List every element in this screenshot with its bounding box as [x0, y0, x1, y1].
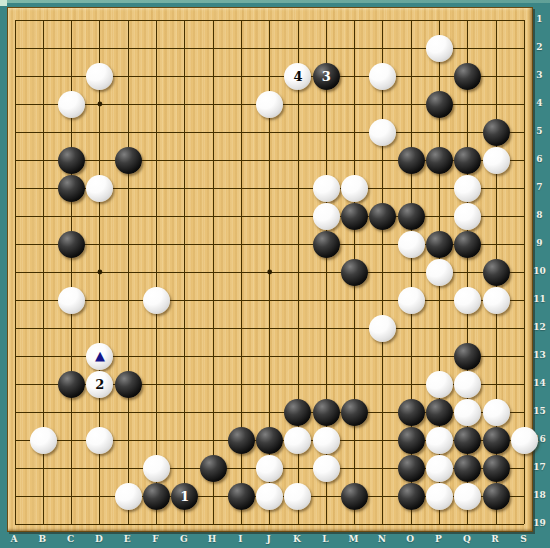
intersection-J16[interactable] [256, 426, 284, 454]
intersection-Q17[interactable] [454, 454, 482, 482]
intersection-C11[interactable] [57, 286, 85, 314]
intersection-C9[interactable] [57, 230, 85, 258]
row-label-8: 8 [530, 209, 549, 221]
intersection-S16[interactable] [510, 426, 538, 454]
intersection-L7[interactable] [312, 174, 340, 202]
intersection-L3[interactable]: 3 [312, 62, 340, 90]
white-stone-N12 [369, 315, 396, 342]
black-stone-O8 [398, 203, 425, 230]
black-stone-M18 [341, 483, 368, 510]
intersection-J4[interactable] [256, 90, 284, 118]
column-label-F: F [149, 533, 163, 545]
intersection-K15[interactable] [284, 398, 312, 426]
white-stone-R6 [483, 147, 510, 174]
intersection-C6[interactable] [57, 146, 85, 174]
black-stone-Q6 [454, 147, 481, 174]
row-label-10: 10 [530, 265, 549, 277]
row-label-11: 11 [530, 293, 549, 305]
intersection-R10[interactable] [482, 258, 510, 286]
intersection-N8[interactable] [369, 202, 397, 230]
intersection-I16[interactable] [227, 426, 255, 454]
white-stone-Q8 [454, 203, 481, 230]
intersection-L8[interactable] [312, 202, 340, 230]
triangle-mark-icon: ▲ [95, 349, 105, 362]
black-stone-M10 [341, 259, 368, 286]
row-label-19: 19 [530, 517, 549, 529]
intersection-P16[interactable] [425, 426, 453, 454]
column-label-O: O [403, 533, 417, 545]
white-stone-D16 [86, 427, 113, 454]
intersection-P9[interactable] [425, 230, 453, 258]
white-stone-N3 [369, 63, 396, 90]
row-label-9: 9 [530, 237, 549, 249]
column-label-H: H [205, 533, 219, 545]
intersection-C7[interactable] [57, 174, 85, 202]
white-stone-J18 [256, 483, 283, 510]
black-stone-Q13 [454, 343, 481, 370]
white-stone-E18 [115, 483, 142, 510]
intersection-L9[interactable] [312, 230, 340, 258]
black-stone-P9 [426, 231, 453, 258]
intersection-Q14[interactable] [454, 370, 482, 398]
frame-top-highlight [0, 0, 550, 3]
black-stone-R17 [483, 455, 510, 482]
intersection-O11[interactable] [397, 286, 425, 314]
black-stone-R10 [483, 259, 510, 286]
row-label-14: 14 [530, 377, 549, 389]
intersection-L15[interactable] [312, 398, 340, 426]
white-stone-L16 [313, 427, 340, 454]
black-stone-I18 [228, 483, 255, 510]
intersection-R17[interactable] [482, 454, 510, 482]
go-board[interactable]: 43▲21 [7, 7, 533, 532]
intersection-F11[interactable] [142, 286, 170, 314]
white-stone-L7 [313, 175, 340, 202]
white-stone-M7 [341, 175, 368, 202]
white-stone-F11 [143, 287, 170, 314]
intersection-B16[interactable] [29, 426, 57, 454]
intersection-M10[interactable] [340, 258, 368, 286]
intersection-D16[interactable] [86, 426, 114, 454]
row-label-7: 7 [530, 181, 549, 193]
intersection-N5[interactable] [369, 118, 397, 146]
goban-frame: 43▲21 ABCDEFGHIJKLMNOPQRS 12345678910111… [0, 0, 550, 548]
black-stone-C6 [58, 147, 85, 174]
black-stone-K15 [284, 399, 311, 426]
white-stone-D3 [86, 63, 113, 90]
black-stone-E14 [115, 371, 142, 398]
white-stone-P2 [426, 35, 453, 62]
intersection-O9[interactable] [397, 230, 425, 258]
row-label-3: 3 [530, 69, 549, 81]
intersection-Q15[interactable] [454, 398, 482, 426]
row-label-5: 5 [530, 125, 549, 137]
white-stone-K18 [284, 483, 311, 510]
white-stone-K16 [284, 427, 311, 454]
black-stone-G18-move-1: 1 [171, 483, 198, 510]
white-stone-J4 [256, 91, 283, 118]
intersection-F18[interactable] [142, 482, 170, 510]
intersection-M18[interactable] [340, 482, 368, 510]
row-label-18: 18 [530, 489, 549, 501]
column-label-C: C [64, 533, 78, 545]
intersection-O16[interactable] [397, 426, 425, 454]
intersection-Q3[interactable] [454, 62, 482, 90]
black-stone-E6 [115, 147, 142, 174]
intersection-J18[interactable] [256, 482, 284, 510]
black-stone-P4 [426, 91, 453, 118]
row-label-17: 17 [530, 461, 549, 473]
black-stone-Q17 [454, 455, 481, 482]
intersection-Q13[interactable] [454, 342, 482, 370]
row-label-4: 4 [530, 97, 549, 109]
row-label-13: 13 [530, 349, 549, 361]
intersection-L17[interactable] [312, 454, 340, 482]
intersection-D14[interactable]: 2 [86, 370, 114, 398]
column-label-M: M [347, 533, 361, 545]
black-stone-O16 [398, 427, 425, 454]
black-stone-R16 [483, 427, 510, 454]
white-stone-Q15 [454, 399, 481, 426]
intersection-O17[interactable] [397, 454, 425, 482]
intersection-M15[interactable] [340, 398, 368, 426]
black-stone-C7 [58, 175, 85, 202]
column-label-G: G [177, 533, 191, 545]
column-label-I: I [233, 533, 247, 545]
white-stone-L17 [313, 455, 340, 482]
black-stone-N8 [369, 203, 396, 230]
white-stone-D7 [86, 175, 113, 202]
white-stone-L8 [313, 203, 340, 230]
intersection-P15[interactable] [425, 398, 453, 426]
intersection-H17[interactable] [199, 454, 227, 482]
white-stone-J17 [256, 455, 283, 482]
white-stone-R15 [483, 399, 510, 426]
intersection-R18[interactable] [482, 482, 510, 510]
intersection-D13[interactable]: ▲ [86, 342, 114, 370]
white-stone-S16 [511, 427, 538, 454]
intersection-R16[interactable] [482, 426, 510, 454]
black-stone-C9 [58, 231, 85, 258]
row-label-12: 12 [530, 321, 549, 333]
white-stone-Q14 [454, 371, 481, 398]
column-label-B: B [35, 533, 49, 545]
intersection-P10[interactable] [425, 258, 453, 286]
black-stone-L3-move-3: 3 [313, 63, 340, 90]
intersection-Q9[interactable] [454, 230, 482, 258]
black-stone-M15 [341, 399, 368, 426]
intersection-E6[interactable] [114, 146, 142, 174]
column-label-L: L [318, 533, 332, 545]
column-label-A: A [7, 533, 21, 545]
intersection-N12[interactable] [369, 314, 397, 342]
black-stone-H17 [200, 455, 227, 482]
black-stone-Q16 [454, 427, 481, 454]
intersection-R5[interactable] [482, 118, 510, 146]
intersection-P14[interactable] [425, 370, 453, 398]
white-stone-O9 [398, 231, 425, 258]
black-stone-O15 [398, 399, 425, 426]
row-label-1: 1 [530, 13, 549, 25]
intersection-N3[interactable] [369, 62, 397, 90]
white-stone-O11 [398, 287, 425, 314]
white-stone-C4 [58, 91, 85, 118]
black-stone-Q9 [454, 231, 481, 258]
white-stone-Q7 [454, 175, 481, 202]
black-stone-M8 [341, 203, 368, 230]
intersection-Q6[interactable] [454, 146, 482, 174]
column-label-D: D [92, 533, 106, 545]
black-stone-C14 [58, 371, 85, 398]
intersection-M7[interactable] [340, 174, 368, 202]
column-label-K: K [290, 533, 304, 545]
intersection-O6[interactable] [397, 146, 425, 174]
column-label-E: E [120, 533, 134, 545]
row-label-15: 15 [530, 405, 549, 417]
intersection-Q7[interactable] [454, 174, 482, 202]
intersection-I18[interactable] [227, 482, 255, 510]
stones-layer: 43▲21 [1, 6, 539, 538]
row-label-2: 2 [530, 41, 549, 53]
white-stone-P10 [426, 259, 453, 286]
intersection-P4[interactable] [425, 90, 453, 118]
intersection-J17[interactable] [256, 454, 284, 482]
white-stone-P18 [426, 483, 453, 510]
intersection-E14[interactable] [114, 370, 142, 398]
black-stone-L15 [313, 399, 340, 426]
intersection-P17[interactable] [425, 454, 453, 482]
white-stone-N5 [369, 119, 396, 146]
intersection-O15[interactable] [397, 398, 425, 426]
white-stone-P17 [426, 455, 453, 482]
white-stone-C11 [58, 287, 85, 314]
black-stone-O6 [398, 147, 425, 174]
white-stone-R11 [483, 287, 510, 314]
intersection-C4[interactable] [57, 90, 85, 118]
black-stone-O17 [398, 455, 425, 482]
intersection-M8[interactable] [340, 202, 368, 230]
white-stone-D14-move-2: 2 [86, 371, 113, 398]
column-label-P: P [432, 533, 446, 545]
intersection-Q11[interactable] [454, 286, 482, 314]
white-stone-Q11 [454, 287, 481, 314]
white-stone-Q18 [454, 483, 481, 510]
black-stone-P6 [426, 147, 453, 174]
intersection-L16[interactable] [312, 426, 340, 454]
white-stone-P14 [426, 371, 453, 398]
intersection-Q8[interactable] [454, 202, 482, 230]
intersection-G18[interactable]: 1 [171, 482, 199, 510]
intersection-Q18[interactable] [454, 482, 482, 510]
row-label-6: 6 [530, 153, 549, 165]
white-stone-D13: ▲ [86, 343, 113, 370]
black-stone-F18 [143, 483, 170, 510]
white-stone-P16 [426, 427, 453, 454]
black-stone-L9 [313, 231, 340, 258]
intersection-P2[interactable] [425, 34, 453, 62]
black-stone-O18 [398, 483, 425, 510]
intersection-D7[interactable] [86, 174, 114, 202]
intersection-K3[interactable]: 4 [284, 62, 312, 90]
intersection-P18[interactable] [425, 482, 453, 510]
intersection-K16[interactable] [284, 426, 312, 454]
intersection-O8[interactable] [397, 202, 425, 230]
intersection-D3[interactable] [86, 62, 114, 90]
black-stone-R5 [483, 119, 510, 146]
column-label-S: S [516, 533, 530, 545]
white-stone-F17 [143, 455, 170, 482]
intersection-R11[interactable] [482, 286, 510, 314]
intersection-C14[interactable] [57, 370, 85, 398]
black-stone-I16 [228, 427, 255, 454]
intersection-Q16[interactable] [454, 426, 482, 454]
white-stone-B16 [30, 427, 57, 454]
intersection-P6[interactable] [425, 146, 453, 174]
intersection-R6[interactable] [482, 146, 510, 174]
intersection-R15[interactable] [482, 398, 510, 426]
white-stone-K3-move-4: 4 [284, 63, 311, 90]
black-stone-J16 [256, 427, 283, 454]
column-label-J: J [262, 533, 276, 545]
column-label-Q: Q [460, 533, 474, 545]
column-label-N: N [375, 533, 389, 545]
intersection-K18[interactable] [284, 482, 312, 510]
black-stone-Q3 [454, 63, 481, 90]
intersection-E18[interactable] [114, 482, 142, 510]
black-stone-R18 [483, 483, 510, 510]
intersection-F17[interactable] [142, 454, 170, 482]
black-stone-P15 [426, 399, 453, 426]
intersection-O18[interactable] [397, 482, 425, 510]
column-label-R: R [488, 533, 502, 545]
